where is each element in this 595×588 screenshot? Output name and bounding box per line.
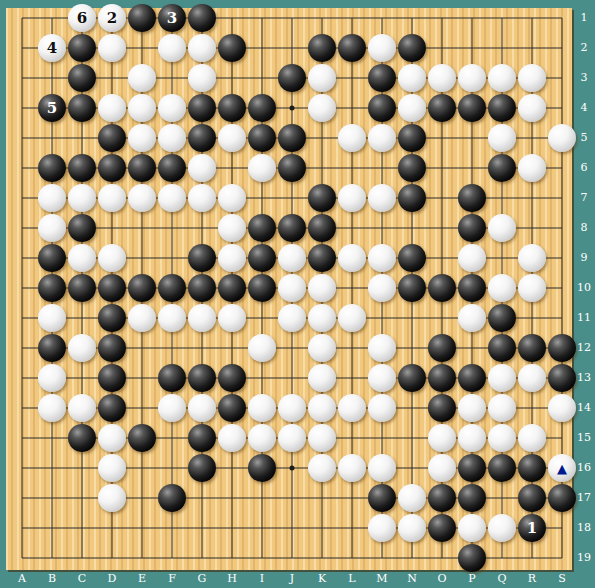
black-stone-I5[interactable] — [248, 124, 276, 152]
white-stone-D9[interactable] — [98, 244, 126, 272]
white-stone-K16[interactable] — [308, 454, 336, 482]
row-label-13: 13 — [574, 371, 594, 384]
white-stone-O16[interactable] — [428, 454, 456, 482]
black-stone-M17[interactable] — [368, 484, 396, 512]
white-stone-K14[interactable] — [308, 394, 336, 422]
black-stone-C8[interactable] — [68, 214, 96, 242]
white-stone-C12[interactable] — [68, 334, 96, 362]
black-stone-J6[interactable] — [278, 154, 306, 182]
black-stone-O14[interactable] — [428, 394, 456, 422]
white-stone-L14[interactable] — [338, 394, 366, 422]
black-stone-J5[interactable] — [278, 124, 306, 152]
white-stone-G6[interactable] — [188, 154, 216, 182]
black-stone-I10[interactable] — [248, 274, 276, 302]
white-stone-D1[interactable]: 2 — [98, 4, 126, 32]
white-stone-M18[interactable] — [368, 514, 396, 542]
black-stone-F6[interactable] — [158, 154, 186, 182]
white-stone-O15[interactable] — [428, 424, 456, 452]
white-stone-Q10[interactable] — [488, 274, 516, 302]
black-stone-C6[interactable] — [68, 154, 96, 182]
white-stone-E3[interactable] — [128, 64, 156, 92]
black-stone-G16[interactable] — [188, 454, 216, 482]
black-stone-O4[interactable] — [428, 94, 456, 122]
white-stone-R3[interactable] — [518, 64, 546, 92]
black-stone-J3[interactable] — [278, 64, 306, 92]
black-stone-H10[interactable] — [218, 274, 246, 302]
black-stone-K8[interactable] — [308, 214, 336, 242]
black-stone-S17[interactable] — [548, 484, 576, 512]
black-stone-I4[interactable] — [248, 94, 276, 122]
black-stone-D12[interactable] — [98, 334, 126, 362]
white-stone-L7[interactable] — [338, 184, 366, 212]
black-stone-B12[interactable] — [38, 334, 66, 362]
white-stone-R10[interactable] — [518, 274, 546, 302]
row-label-8: 8 — [574, 221, 594, 234]
black-stone-H13[interactable] — [218, 364, 246, 392]
row-label-17: 17 — [574, 491, 594, 504]
white-stone-M16[interactable] — [368, 454, 396, 482]
column-label-Q: Q — [492, 572, 512, 585]
white-stone-L9[interactable] — [338, 244, 366, 272]
column-label-L: L — [342, 572, 362, 585]
black-stone-F1[interactable]: 3 — [158, 4, 186, 32]
black-stone-N10[interactable] — [398, 274, 426, 302]
black-stone-C10[interactable] — [68, 274, 96, 302]
column-label-H: H — [222, 572, 242, 585]
white-stone-D17[interactable] — [98, 484, 126, 512]
black-stone-K7[interactable] — [308, 184, 336, 212]
black-stone-D5[interactable] — [98, 124, 126, 152]
white-stone-K12[interactable] — [308, 334, 336, 362]
white-stone-N17[interactable] — [398, 484, 426, 512]
black-stone-R16[interactable] — [518, 454, 546, 482]
row-label-1: 1 — [574, 11, 594, 24]
row-label-7: 7 — [574, 191, 594, 204]
white-stone-G11[interactable] — [188, 304, 216, 332]
row-label-11: 11 — [574, 311, 594, 324]
column-label-E: E — [132, 572, 152, 585]
white-stone-D4[interactable] — [98, 94, 126, 122]
row-label-4: 4 — [574, 101, 594, 114]
white-stone-O3[interactable] — [428, 64, 456, 92]
go-board[interactable]: 623451▲ — [6, 8, 572, 570]
black-stone-D14[interactable] — [98, 394, 126, 422]
black-stone-I9[interactable] — [248, 244, 276, 272]
column-label-C: C — [72, 572, 92, 585]
black-stone-B6[interactable] — [38, 154, 66, 182]
black-stone-N13[interactable] — [398, 364, 426, 392]
white-stone-C1[interactable]: 6 — [68, 4, 96, 32]
white-stone-K4[interactable] — [308, 94, 336, 122]
white-stone-H11[interactable] — [218, 304, 246, 332]
white-stone-C14[interactable] — [68, 394, 96, 422]
white-stone-I12[interactable] — [248, 334, 276, 362]
white-stone-F4[interactable] — [158, 94, 186, 122]
column-label-P: P — [462, 572, 482, 585]
black-stone-J8[interactable] — [278, 214, 306, 242]
black-stone-C3[interactable] — [68, 64, 96, 92]
white-stone-H5[interactable] — [218, 124, 246, 152]
white-stone-H7[interactable] — [218, 184, 246, 212]
white-stone-E7[interactable] — [128, 184, 156, 212]
white-stone-J10[interactable] — [278, 274, 306, 302]
white-stone-M14[interactable] — [368, 394, 396, 422]
white-stone-M2[interactable] — [368, 34, 396, 62]
white-stone-P3[interactable] — [458, 64, 486, 92]
black-stone-O10[interactable] — [428, 274, 456, 302]
white-stone-J11[interactable] — [278, 304, 306, 332]
black-stone-G1[interactable] — [188, 4, 216, 32]
black-stone-I16[interactable] — [248, 454, 276, 482]
column-label-M: M — [372, 572, 392, 585]
white-stone-P18[interactable] — [458, 514, 486, 542]
white-stone-C9[interactable] — [68, 244, 96, 272]
black-stone-N7[interactable] — [398, 184, 426, 212]
white-stone-N3[interactable] — [398, 64, 426, 92]
white-stone-Q8[interactable] — [488, 214, 516, 242]
row-label-6: 6 — [574, 161, 594, 174]
row-label-12: 12 — [574, 341, 594, 354]
column-label-O: O — [432, 572, 452, 585]
row-label-9: 9 — [574, 251, 594, 264]
white-stone-K10[interactable] — [308, 274, 336, 302]
white-stone-I6[interactable] — [248, 154, 276, 182]
black-stone-D10[interactable] — [98, 274, 126, 302]
black-stone-O13[interactable] — [428, 364, 456, 392]
white-stone-J15[interactable] — [278, 424, 306, 452]
black-stone-Q12[interactable] — [488, 334, 516, 362]
white-stone-B2[interactable]: 4 — [38, 34, 66, 62]
black-stone-H4[interactable] — [218, 94, 246, 122]
black-stone-O12[interactable] — [428, 334, 456, 362]
black-stone-N5[interactable] — [398, 124, 426, 152]
column-label-G: G — [192, 572, 212, 585]
white-stone-L11[interactable] — [338, 304, 366, 332]
black-stone-K2[interactable] — [308, 34, 336, 62]
column-label-J: J — [282, 572, 302, 585]
black-stone-C2[interactable] — [68, 34, 96, 62]
white-stone-Q18[interactable] — [488, 514, 516, 542]
black-stone-P4[interactable] — [458, 94, 486, 122]
black-stone-P16[interactable] — [458, 454, 486, 482]
black-stone-G15[interactable] — [188, 424, 216, 452]
black-stone-R12[interactable] — [518, 334, 546, 362]
white-stone-J9[interactable] — [278, 244, 306, 272]
black-stone-N6[interactable] — [398, 154, 426, 182]
white-stone-L16[interactable] — [338, 454, 366, 482]
white-stone-Q13[interactable] — [488, 364, 516, 392]
black-stone-Q6[interactable] — [488, 154, 516, 182]
white-stone-M10[interactable] — [368, 274, 396, 302]
black-stone-R18[interactable]: 1 — [518, 514, 546, 542]
column-label-A: A — [12, 572, 32, 585]
black-stone-N2[interactable] — [398, 34, 426, 62]
black-stone-Q16[interactable] — [488, 454, 516, 482]
white-stone-K13[interactable] — [308, 364, 336, 392]
white-stone-P14[interactable] — [458, 394, 486, 422]
black-stone-S12[interactable] — [548, 334, 576, 362]
black-stone-F10[interactable] — [158, 274, 186, 302]
black-stone-P10[interactable] — [458, 274, 486, 302]
white-stone-J14[interactable] — [278, 394, 306, 422]
white-stone-B14[interactable] — [38, 394, 66, 422]
black-stone-P8[interactable] — [458, 214, 486, 242]
white-stone-Q5[interactable] — [488, 124, 516, 152]
black-stone-D6[interactable] — [98, 154, 126, 182]
column-label-B: B — [42, 572, 62, 585]
white-stone-D15[interactable] — [98, 424, 126, 452]
white-stone-E11[interactable] — [128, 304, 156, 332]
black-stone-H2[interactable] — [218, 34, 246, 62]
row-label-19: 19 — [574, 551, 594, 564]
black-stone-G13[interactable] — [188, 364, 216, 392]
white-stone-P15[interactable] — [458, 424, 486, 452]
black-stone-B4[interactable]: 5 — [38, 94, 66, 122]
white-stone-I14[interactable] — [248, 394, 276, 422]
white-stone-K3[interactable] — [308, 64, 336, 92]
black-stone-M4[interactable] — [368, 94, 396, 122]
black-stone-B9[interactable] — [38, 244, 66, 272]
white-stone-F11[interactable] — [158, 304, 186, 332]
white-stone-G14[interactable] — [188, 394, 216, 422]
row-label-3: 3 — [574, 71, 594, 84]
black-stone-P13[interactable] — [458, 364, 486, 392]
white-stone-R15[interactable] — [518, 424, 546, 452]
black-stone-P17[interactable] — [458, 484, 486, 512]
white-stone-B8[interactable] — [38, 214, 66, 242]
white-stone-F7[interactable] — [158, 184, 186, 212]
black-stone-E1[interactable] — [128, 4, 156, 32]
black-stone-L2[interactable] — [338, 34, 366, 62]
white-stone-F2[interactable] — [158, 34, 186, 62]
white-stone-E5[interactable] — [128, 124, 156, 152]
white-stone-D16[interactable] — [98, 454, 126, 482]
white-stone-M9[interactable] — [368, 244, 396, 272]
white-stone-H9[interactable] — [218, 244, 246, 272]
white-stone-S14[interactable] — [548, 394, 576, 422]
white-stone-F14[interactable] — [158, 394, 186, 422]
white-stone-K15[interactable] — [308, 424, 336, 452]
white-stone-P11[interactable] — [458, 304, 486, 332]
white-stone-K11[interactable] — [308, 304, 336, 332]
row-label-5: 5 — [574, 131, 594, 144]
white-stone-M5[interactable] — [368, 124, 396, 152]
white-stone-Q15[interactable] — [488, 424, 516, 452]
white-stone-Q14[interactable] — [488, 394, 516, 422]
column-label-S: S — [552, 572, 572, 585]
black-stone-P7[interactable] — [458, 184, 486, 212]
black-stone-K9[interactable] — [308, 244, 336, 272]
black-stone-G4[interactable] — [188, 94, 216, 122]
white-stone-H8[interactable] — [218, 214, 246, 242]
white-stone-S5[interactable] — [548, 124, 576, 152]
white-stone-F5[interactable] — [158, 124, 186, 152]
row-label-18: 18 — [574, 521, 594, 534]
white-stone-R6[interactable] — [518, 154, 546, 182]
black-stone-R17[interactable] — [518, 484, 546, 512]
black-stone-N9[interactable] — [398, 244, 426, 272]
white-stone-D7[interactable] — [98, 184, 126, 212]
black-stone-G10[interactable] — [188, 274, 216, 302]
black-stone-E6[interactable] — [128, 154, 156, 182]
white-stone-S16[interactable] — [548, 454, 576, 482]
black-stone-O17[interactable] — [428, 484, 456, 512]
row-label-2: 2 — [574, 41, 594, 54]
black-stone-P19[interactable] — [458, 544, 486, 572]
row-label-10: 10 — [574, 281, 594, 294]
column-label-F: F — [162, 572, 182, 585]
black-stone-D11[interactable] — [98, 304, 126, 332]
black-stone-E10[interactable] — [128, 274, 156, 302]
row-label-16: 16 — [574, 461, 594, 474]
white-stone-M7[interactable] — [368, 184, 396, 212]
white-stone-B13[interactable] — [38, 364, 66, 392]
column-label-N: N — [402, 572, 422, 585]
white-stone-N18[interactable] — [398, 514, 426, 542]
black-stone-Q11[interactable] — [488, 304, 516, 332]
white-stone-R4[interactable] — [518, 94, 546, 122]
black-stone-F13[interactable] — [158, 364, 186, 392]
white-stone-R13[interactable] — [518, 364, 546, 392]
go-game-screenshot: { "game": "go", "board_size": 19, "coord… — [0, 0, 595, 588]
white-stone-M13[interactable] — [368, 364, 396, 392]
row-label-15: 15 — [574, 431, 594, 444]
black-stone-H14[interactable] — [218, 394, 246, 422]
white-stone-C7[interactable] — [68, 184, 96, 212]
white-stone-H15[interactable] — [218, 424, 246, 452]
column-label-I: I — [252, 572, 272, 585]
white-stone-G3[interactable] — [188, 64, 216, 92]
black-stone-S13[interactable] — [548, 364, 576, 392]
black-stone-D13[interactable] — [98, 364, 126, 392]
black-stone-M3[interactable] — [368, 64, 396, 92]
white-stone-B7[interactable] — [38, 184, 66, 212]
white-stone-R9[interactable] — [518, 244, 546, 272]
column-label-D: D — [102, 572, 122, 585]
black-stone-F17[interactable] — [158, 484, 186, 512]
black-stone-C4[interactable] — [68, 94, 96, 122]
black-stone-G5[interactable] — [188, 124, 216, 152]
black-stone-Q4[interactable] — [488, 94, 516, 122]
white-stone-G7[interactable] — [188, 184, 216, 212]
white-stone-N4[interactable] — [398, 94, 426, 122]
white-stone-Q3[interactable] — [488, 64, 516, 92]
white-stone-D2[interactable] — [98, 34, 126, 62]
row-label-14: 14 — [574, 401, 594, 414]
column-label-K: K — [312, 572, 332, 585]
white-stone-E4[interactable] — [128, 94, 156, 122]
white-stone-P9[interactable] — [458, 244, 486, 272]
black-stone-I8[interactable] — [248, 214, 276, 242]
black-stone-C15[interactable] — [68, 424, 96, 452]
black-stone-B10[interactable] — [38, 274, 66, 302]
white-stone-B11[interactable] — [38, 304, 66, 332]
white-stone-G2[interactable] — [188, 34, 216, 62]
white-stone-L5[interactable] — [338, 124, 366, 152]
black-stone-O18[interactable] — [428, 514, 456, 542]
white-stone-M12[interactable] — [368, 334, 396, 362]
black-stone-E15[interactable] — [128, 424, 156, 452]
column-label-R: R — [522, 572, 542, 585]
white-stone-I15[interactable] — [248, 424, 276, 452]
black-stone-G9[interactable] — [188, 244, 216, 272]
